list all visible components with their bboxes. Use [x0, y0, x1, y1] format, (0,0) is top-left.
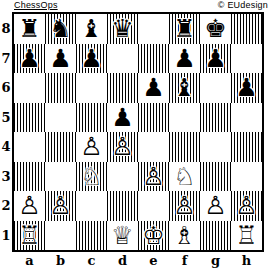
rank-labels: 87654321: [0, 14, 12, 250]
rank-label-7: 7: [0, 44, 12, 74]
square-g3[interactable]: [200, 162, 231, 192]
rank-label-1: 1: [0, 221, 12, 251]
square-b4[interactable]: [45, 132, 76, 162]
square-e6[interactable]: ♟: [138, 73, 169, 103]
square-e5[interactable]: [138, 103, 169, 133]
square-a1[interactable]: ♖: [14, 221, 45, 251]
rank-label-8: 8: [0, 14, 12, 44]
file-labels: abcdefgh: [14, 253, 262, 268]
square-f2[interactable]: ♙: [169, 191, 200, 221]
file-label-e: e: [138, 253, 169, 268]
file-label-b: b: [45, 253, 76, 268]
square-d8[interactable]: ♛: [107, 14, 138, 44]
square-d7[interactable]: [107, 44, 138, 74]
square-g4[interactable]: [200, 132, 231, 162]
piece-black-bishop: ♝: [76, 14, 107, 44]
piece-black-queen: ♛: [107, 14, 138, 44]
piece-black-rook: ♜: [169, 14, 200, 44]
square-d3[interactable]: [107, 162, 138, 192]
piece-black-pawn: ♟: [200, 44, 231, 74]
square-h6[interactable]: ♟: [231, 73, 262, 103]
file-label-c: c: [76, 253, 107, 268]
piece-white-pawn: ♙: [200, 191, 231, 221]
square-e8[interactable]: [138, 14, 169, 44]
piece-white-pawn: ♙: [45, 191, 76, 221]
square-b7[interactable]: ♟: [45, 44, 76, 74]
square-b8[interactable]: ♞: [45, 14, 76, 44]
file-label-d: d: [107, 253, 138, 268]
square-e1[interactable]: ♔: [138, 221, 169, 251]
app-title[interactable]: ChessOps: [14, 0, 58, 10]
square-c4[interactable]: ♙: [76, 132, 107, 162]
square-d6[interactable]: [107, 73, 138, 103]
piece-black-pawn: ♟: [76, 44, 107, 74]
square-b2[interactable]: ♙: [45, 191, 76, 221]
piece-black-knight: ♞: [45, 14, 76, 44]
piece-white-knight: ♘: [169, 162, 200, 192]
square-b5[interactable]: [45, 103, 76, 133]
square-g8[interactable]: ♚: [200, 14, 231, 44]
square-d2[interactable]: [107, 191, 138, 221]
piece-black-pawn: ♟: [107, 103, 138, 133]
piece-white-king: ♔: [138, 221, 169, 251]
square-c8[interactable]: ♝: [76, 14, 107, 44]
file-label-g: g: [200, 253, 231, 268]
piece-black-pawn: ♟: [14, 44, 45, 74]
piece-white-pawn: ♙: [76, 132, 107, 162]
square-e2[interactable]: [138, 191, 169, 221]
square-g7[interactable]: ♟: [200, 44, 231, 74]
square-e3[interactable]: ♙: [138, 162, 169, 192]
piece-black-pawn: ♟: [45, 44, 76, 74]
piece-black-bishop: ♝: [169, 73, 200, 103]
square-f1[interactable]: ♗: [169, 221, 200, 251]
square-a5[interactable]: [14, 103, 45, 133]
piece-white-knight: ♘: [76, 162, 107, 192]
square-h1[interactable]: ♖: [231, 221, 262, 251]
square-a8[interactable]: ♜: [14, 14, 45, 44]
square-a7[interactable]: ♟: [14, 44, 45, 74]
square-b1[interactable]: [45, 221, 76, 251]
file-label-a: a: [14, 253, 45, 268]
square-c7[interactable]: ♟: [76, 44, 107, 74]
square-h8[interactable]: [231, 14, 262, 44]
rank-label-6: 6: [0, 73, 12, 103]
square-g5[interactable]: [200, 103, 231, 133]
piece-black-pawn: ♟: [138, 73, 169, 103]
file-label-f: f: [169, 253, 200, 268]
rank-label-4: 4: [0, 132, 12, 162]
square-g2[interactable]: ♙: [200, 191, 231, 221]
square-c5[interactable]: [76, 103, 107, 133]
square-d1[interactable]: ♕: [107, 221, 138, 251]
square-h2[interactable]: ♙: [231, 191, 262, 221]
square-c6[interactable]: [76, 73, 107, 103]
square-a6[interactable]: [14, 73, 45, 103]
piece-black-pawn: ♟: [231, 73, 262, 103]
square-f5[interactable]: [169, 103, 200, 133]
square-f4[interactable]: [169, 132, 200, 162]
square-c1[interactable]: [76, 221, 107, 251]
square-f6[interactable]: ♝: [169, 73, 200, 103]
square-h5[interactable]: [231, 103, 262, 133]
piece-white-pawn: ♙: [169, 191, 200, 221]
square-c2[interactable]: [76, 191, 107, 221]
rank-label-3: 3: [0, 162, 12, 192]
square-e4[interactable]: [138, 132, 169, 162]
piece-black-rook: ♜: [14, 14, 45, 44]
copyright-credit: © EUdesign: [218, 0, 268, 10]
square-e7[interactable]: [138, 44, 169, 74]
square-a3[interactable]: [14, 162, 45, 192]
piece-white-pawn: ♙: [231, 191, 262, 221]
square-d5[interactable]: ♟: [107, 103, 138, 133]
chessboard: ♜♞♝♛♜♚♟♟♟♟♟♟♝♟♟♙♙♘♙♘♙♙♙♙♙♖♕♔♗♖: [12, 12, 264, 252]
square-f8[interactable]: ♜: [169, 14, 200, 44]
piece-white-pawn: ♙: [14, 191, 45, 221]
square-a2[interactable]: ♙: [14, 191, 45, 221]
square-b3[interactable]: [45, 162, 76, 192]
piece-black-pawn: ♟: [169, 44, 200, 74]
piece-white-bishop: ♗: [169, 221, 200, 251]
rank-label-2: 2: [0, 191, 12, 221]
piece-white-pawn: ♙: [138, 162, 169, 192]
square-f7[interactable]: ♟: [169, 44, 200, 74]
piece-white-queen: ♕: [107, 221, 138, 251]
square-g6[interactable]: [200, 73, 231, 103]
piece-white-pawn: ♙: [107, 132, 138, 162]
square-g1[interactable]: [200, 221, 231, 251]
square-h7[interactable]: [231, 44, 262, 74]
square-b6[interactable]: [45, 73, 76, 103]
square-f3[interactable]: ♘: [169, 162, 200, 192]
file-label-h: h: [231, 253, 262, 268]
square-c3[interactable]: ♘: [76, 162, 107, 192]
piece-white-rook: ♖: [231, 221, 262, 251]
square-h4[interactable]: [231, 132, 262, 162]
rank-label-5: 5: [0, 103, 12, 133]
piece-black-king: ♚: [200, 14, 231, 44]
square-h3[interactable]: [231, 162, 262, 192]
square-d4[interactable]: ♙: [107, 132, 138, 162]
piece-white-rook: ♖: [14, 221, 45, 251]
square-a4[interactable]: [14, 132, 45, 162]
